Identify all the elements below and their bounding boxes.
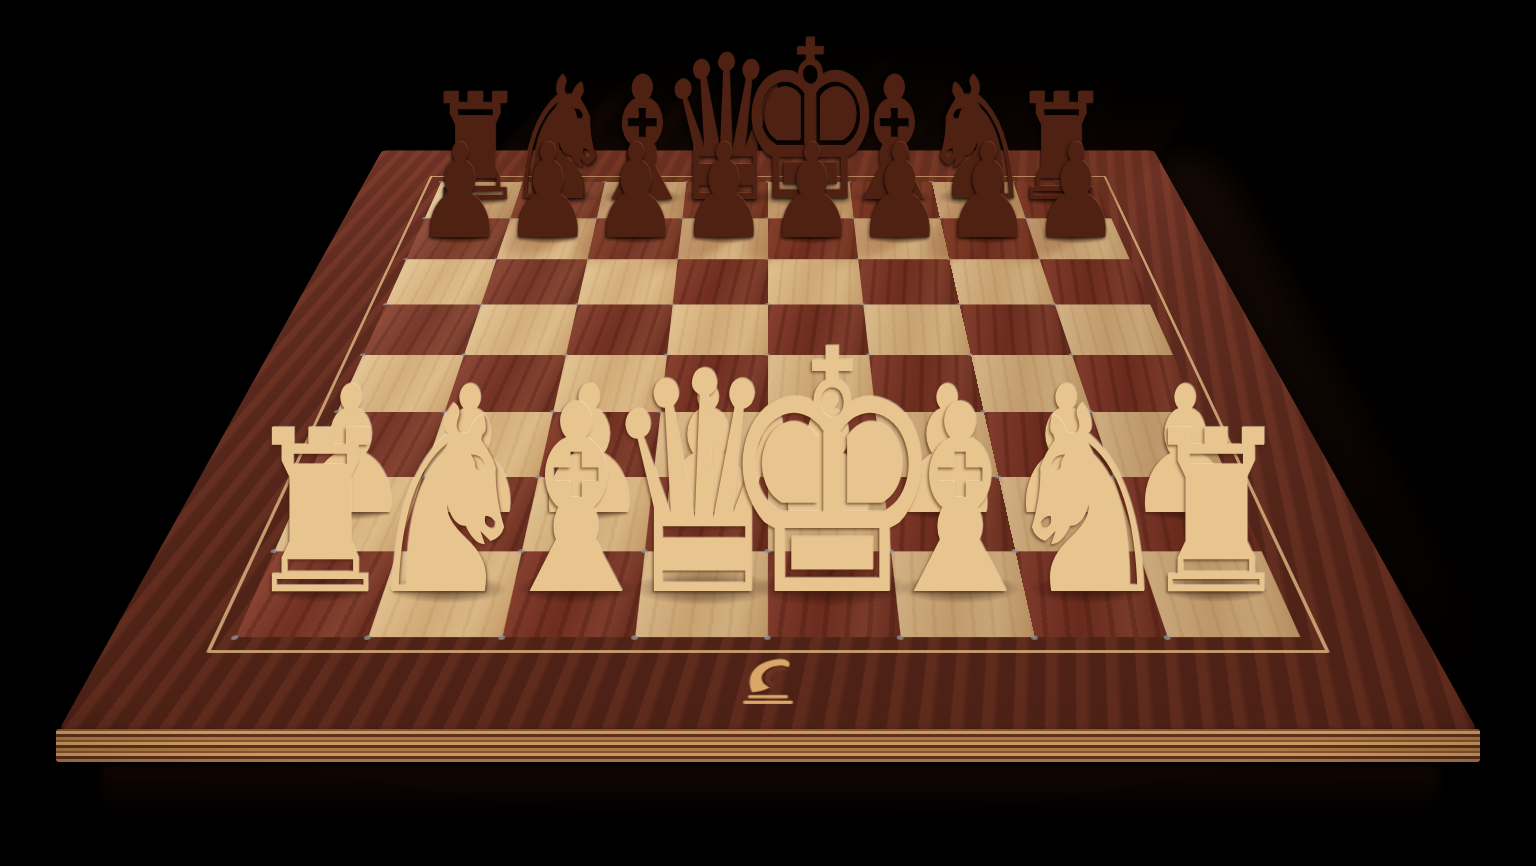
board-cast-shadow (100, 762, 1440, 826)
board-plywood-edge (56, 729, 1480, 762)
piece-black-pawn-g7[interactable]: ♟ (944, 127, 1033, 257)
piece-black-pawn-b7[interactable]: ♟ (503, 127, 592, 257)
piece-black-pawn-d7[interactable]: ♟ (680, 127, 769, 257)
piece-black-pawn-c7[interactable]: ♟ (591, 127, 680, 257)
piece-white-rook-h1[interactable]: ♜ (1140, 401, 1293, 626)
photo-background: ♜♞♝♛♚♝♞♜♟♟♟♟♟♟♟♟♟♟♟♟♟♟♟♟♜♞♝♛♚♝♞♜ (0, 0, 1536, 866)
piece-black-pawn-f7[interactable]: ♟ (856, 127, 945, 257)
piece-black-pawn-h7[interactable]: ♟ (1032, 127, 1121, 257)
piece-black-pawn-a7[interactable]: ♟ (415, 127, 504, 257)
piece-black-pawn-e7[interactable]: ♟ (768, 127, 857, 257)
